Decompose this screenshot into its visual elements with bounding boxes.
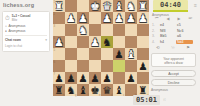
white-queen-d1: ♛ <box>101 0 113 12</box>
white-pawn-g2: ♟ <box>65 12 77 24</box>
chat-note[interactable]: Login to chat <box>5 44 47 48</box>
square-c7[interactable] <box>113 72 125 84</box>
square-b4[interactable] <box>125 36 137 48</box>
black-knight-d4: ♞ <box>101 36 113 48</box>
square-h1[interactable]: ♜1 <box>53 0 65 12</box>
chess-board[interactable]: ♜1♚♛♝♞♜2♟♟♟♟♟♟3♞♟4♟♞5♟♝6♟♟7♟♟♟♟♟♜h8♞g♝f♚… <box>53 0 149 96</box>
white-pawn-b2: ♟ <box>125 12 137 24</box>
clock-icon: ⏱ <box>5 15 10 22</box>
rank-coord-7: 7 <box>54 72 56 76</box>
square-e8[interactable]: ♚e <box>89 84 101 96</box>
black-pawn-e7: ♟ <box>89 72 101 84</box>
chat-toggle-icon[interactable]: ▾ <box>45 38 47 42</box>
rank-coord-8: 8 <box>54 84 56 88</box>
flag-icon: ⚐ <box>163 98 166 102</box>
white-king-e1: ♚ <box>89 0 101 12</box>
square-f1[interactable] <box>77 0 89 12</box>
black-player-label[interactable]: Anonymous <box>151 88 168 92</box>
square-h4[interactable]: ♟4 <box>53 36 65 48</box>
black-move[interactable]: c5 <box>176 23 193 27</box>
white-bishop-b5: ♝ <box>125 48 137 60</box>
square-a4[interactable] <box>137 36 149 48</box>
white-bishop-c1: ♝ <box>113 0 125 12</box>
white-knight-b1: ♞ <box>125 0 137 12</box>
white-move[interactable]: h4 <box>159 40 176 44</box>
rank-coord-5: 5 <box>54 48 56 52</box>
square-a1[interactable]: ♜ <box>137 0 149 12</box>
game-info-card: ⏱ 5+3 • Casual Blitz ○ Anonymous ● Anony… <box>2 11 50 52</box>
draw-offer-box: Your opponent offers a draw <box>151 53 196 67</box>
square-h3[interactable]: 3 <box>53 24 65 36</box>
square-d4[interactable]: ♞ <box>101 36 113 48</box>
square-g1[interactable] <box>65 0 77 12</box>
rank-coord-4: 4 <box>54 36 56 40</box>
game-meta: ⏱ 5+3 • Casual Blitz <box>5 14 47 22</box>
square-e6[interactable] <box>89 60 101 72</box>
black-move[interactable]: Nc6 <box>176 29 193 33</box>
divider <box>5 35 47 36</box>
square-f7[interactable]: ♟ <box>77 72 89 84</box>
square-b7[interactable]: ♟ <box>125 72 137 84</box>
black-pawn-f7: ♟ <box>77 72 89 84</box>
game-actions: ⟲ ½ ⚑ <box>156 45 190 50</box>
square-h5[interactable]: 5 <box>53 48 65 60</box>
black-move[interactable]: a6 <box>176 34 193 38</box>
square-c5[interactable]: ♟ <box>113 48 125 60</box>
move-nav: ⏮ ◀ ▶ ⏭ <box>151 16 196 21</box>
decline-button[interactable]: Decline <box>151 79 196 86</box>
square-c1[interactable]: ♝ <box>113 0 125 12</box>
square-a5[interactable] <box>137 48 149 60</box>
white-clock-time-bar <box>153 10 188 12</box>
square-b3[interactable] <box>125 24 137 36</box>
square-h2[interactable]: 2 <box>53 12 65 24</box>
square-b6[interactable] <box>125 60 137 72</box>
square-b2[interactable]: ♟ <box>125 12 137 24</box>
draw-offer-text-2: offers a draw <box>152 61 195 65</box>
move-list[interactable]: 1.e4c52.Nf3Nc63.Bb5a64.h4Nd4 <box>152 22 196 45</box>
white-piece-dot-icon: ○ <box>5 24 7 28</box>
square-e7[interactable]: ♟ <box>89 72 101 84</box>
black-pawn-g7: ♟ <box>65 72 77 84</box>
white-move[interactable]: Nf3 <box>159 29 176 33</box>
accept-button[interactable]: Accept <box>151 70 196 77</box>
square-f3[interactable]: ♞ <box>77 24 89 36</box>
square-e1[interactable]: ♚ <box>89 0 101 12</box>
black-clock: 05:01 <box>133 95 160 105</box>
white-clock: 04:40 <box>153 0 188 10</box>
white-pawn-d2: ♟ <box>101 12 113 24</box>
speed-label: Blitz <box>12 18 31 22</box>
square-f6[interactable] <box>77 60 89 72</box>
square-c4[interactable] <box>113 36 125 48</box>
square-d2[interactable]: ♟ <box>101 12 113 24</box>
white-pawn-a2: ♟ <box>137 12 149 24</box>
white-pawn-f2: ♟ <box>77 12 89 24</box>
square-f2[interactable]: ♟ <box>77 12 89 24</box>
square-c3[interactable] <box>113 24 125 36</box>
white-knight-f3: ♞ <box>77 24 89 36</box>
square-e5[interactable] <box>89 48 101 60</box>
square-d3[interactable] <box>101 24 113 36</box>
square-d7[interactable]: ♟ <box>101 72 113 84</box>
white-pawn-e4: ♟ <box>89 36 101 48</box>
black-pawn-d7: ♟ <box>101 72 113 84</box>
square-g2[interactable]: ♟ <box>65 12 77 24</box>
square-c2[interactable]: ♟ <box>113 12 125 24</box>
move-number: 2. <box>152 29 159 33</box>
square-h7[interactable]: ♟7 <box>53 72 65 84</box>
prev-move-button[interactable]: ◀ <box>167 16 170 21</box>
white-move[interactable]: Bb5 <box>159 34 176 38</box>
rank-coord-1: 1 <box>54 0 56 4</box>
square-e2[interactable] <box>89 12 101 24</box>
black-pawn-c5: ♟ <box>113 48 125 60</box>
last-move-button[interactable]: ⏭ <box>189 16 192 21</box>
square-g3[interactable] <box>65 24 77 36</box>
black-pawn-a6: ♟ <box>137 60 149 72</box>
move-number: 4. <box>152 40 159 44</box>
square-b1[interactable]: ♞ <box>125 0 137 12</box>
rank-coord-6: 6 <box>54 60 56 64</box>
move-number: 1. <box>152 23 159 27</box>
lichess-game-page: lichess.org ≡ ⏱ 5+3 • Casual Blitz ○ Ano… <box>0 0 200 106</box>
square-a3[interactable] <box>137 24 149 36</box>
square-a7[interactable] <box>137 72 149 84</box>
site-logo[interactable]: lichess.org <box>3 2 34 8</box>
square-f8[interactable]: ♝f <box>77 84 89 96</box>
square-f5[interactable] <box>77 48 89 60</box>
next-move-button[interactable]: ▶ <box>178 16 181 21</box>
square-d1[interactable]: ♛ <box>101 0 113 12</box>
chat-title: Chat room <box>5 38 21 42</box>
black-player-name: Anonymous <box>8 29 25 33</box>
square-d5[interactable] <box>101 48 113 60</box>
resign-icon[interactable]: ⚑ <box>186 45 190 50</box>
first-move-button[interactable]: ⏮ <box>155 16 158 21</box>
black-move[interactable]: Nd4 <box>176 40 193 44</box>
black-pawn-b7: ♟ <box>125 72 137 84</box>
draw-offer-icon[interactable]: ½ <box>171 45 175 50</box>
white-move[interactable]: e4 <box>159 23 176 27</box>
square-g8[interactable]: ♞g <box>65 84 77 96</box>
white-rook-a1: ♜ <box>137 0 149 12</box>
square-c8[interactable]: ♝c <box>113 84 125 96</box>
square-g5[interactable] <box>65 48 77 60</box>
rank-coord-3: 3 <box>54 24 56 28</box>
move-number: 3. <box>152 34 159 38</box>
square-d8[interactable]: ♛d <box>101 84 113 96</box>
square-g6[interactable] <box>65 60 77 72</box>
rank-coord-2: 2 <box>54 12 56 16</box>
square-b5[interactable]: ♝ <box>125 48 137 60</box>
square-d6[interactable] <box>101 60 113 72</box>
square-a6[interactable]: ♟ <box>137 60 149 72</box>
player-row-white[interactable]: ○ Anonymous <box>5 24 47 28</box>
square-c6[interactable] <box>113 60 125 72</box>
square-g7[interactable]: ♟ <box>65 72 77 84</box>
white-pawn-c2: ♟ <box>113 12 125 24</box>
square-a2[interactable]: ♟ <box>137 12 149 24</box>
square-h6[interactable]: 6 <box>53 60 65 72</box>
black-piece-dot-icon: ● <box>5 29 7 33</box>
white-player-name: Anonymous <box>8 24 25 28</box>
menu-icon[interactable]: ≡ <box>194 2 197 8</box>
takeback-icon[interactable]: ⟲ <box>156 45 160 50</box>
square-f4[interactable] <box>77 36 89 48</box>
square-h8[interactable]: ♜h8 <box>53 84 65 96</box>
square-e4[interactable]: ♟ <box>89 36 101 48</box>
square-e3[interactable] <box>89 24 101 36</box>
square-g4[interactable] <box>65 36 77 48</box>
player-row-black[interactable]: ● Anonymous <box>5 29 47 33</box>
